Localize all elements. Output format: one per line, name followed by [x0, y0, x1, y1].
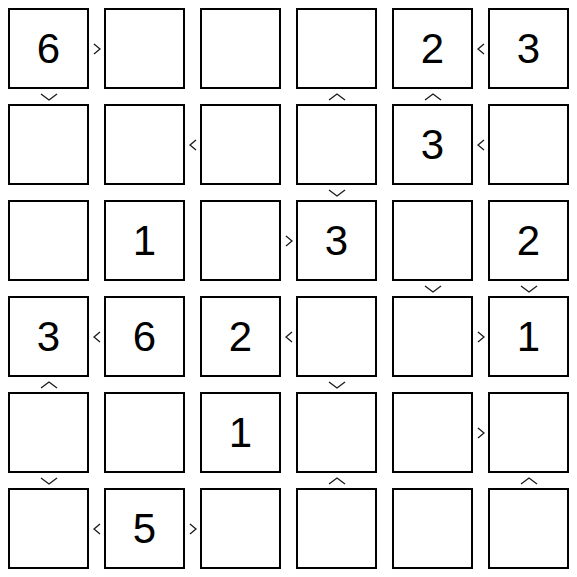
- given-number: 2: [517, 220, 540, 262]
- given-number: 2: [421, 28, 444, 70]
- cell-r2c2[interactable]: [104, 104, 185, 185]
- futoshiki-board: 6233132362115: [0, 0, 577, 577]
- cell-r4c3[interactable]: 2: [200, 296, 281, 377]
- greater-than-icon: [477, 331, 485, 343]
- given-number: 1: [229, 412, 252, 454]
- cell-r1c4[interactable]: [296, 8, 377, 89]
- chevron-up-icon: [424, 93, 442, 101]
- cell-r4c4[interactable]: [296, 296, 377, 377]
- chevron-up-icon: [520, 477, 538, 485]
- less-than-icon: [477, 139, 485, 151]
- less-than-icon: [93, 331, 101, 343]
- cell-r6c5[interactable]: [392, 488, 473, 569]
- given-number: 6: [37, 28, 60, 70]
- cell-r5c3[interactable]: 1: [200, 392, 281, 473]
- greater-than-icon: [189, 523, 197, 535]
- cell-r2c6[interactable]: [488, 104, 569, 185]
- cell-r6c4[interactable]: [296, 488, 377, 569]
- cell-r4c2[interactable]: 6: [104, 296, 185, 377]
- given-number: 5: [133, 508, 156, 550]
- chevron-down-icon: [424, 285, 442, 293]
- given-number: 3: [421, 124, 444, 166]
- cell-r5c5[interactable]: [392, 392, 473, 473]
- cell-r3c6[interactable]: 2: [488, 200, 569, 281]
- cell-r2c5[interactable]: 3: [392, 104, 473, 185]
- less-than-icon: [93, 523, 101, 535]
- greater-than-icon: [477, 427, 485, 439]
- cell-r5c1[interactable]: [8, 392, 89, 473]
- less-than-icon: [285, 331, 293, 343]
- chevron-down-icon: [520, 285, 538, 293]
- cell-r3c2[interactable]: 1: [104, 200, 185, 281]
- cell-r1c3[interactable]: [200, 8, 281, 89]
- cell-r4c1[interactable]: 3: [8, 296, 89, 377]
- given-number: 6: [133, 316, 156, 358]
- chevron-down-icon: [40, 93, 58, 101]
- given-number: 1: [517, 316, 540, 358]
- cell-r3c4[interactable]: 3: [296, 200, 377, 281]
- greater-than-icon: [93, 43, 101, 55]
- cell-r2c4[interactable]: [296, 104, 377, 185]
- cell-r2c1[interactable]: [8, 104, 89, 185]
- cell-r1c1[interactable]: 6: [8, 8, 89, 89]
- given-number: 2: [229, 316, 252, 358]
- less-than-icon: [189, 139, 197, 151]
- greater-than-icon: [285, 235, 293, 247]
- chevron-down-icon: [328, 189, 346, 197]
- cell-r4c5[interactable]: [392, 296, 473, 377]
- given-number: 3: [325, 220, 348, 262]
- chevron-up-icon: [40, 381, 58, 389]
- cell-r3c3[interactable]: [200, 200, 281, 281]
- cell-r6c2[interactable]: 5: [104, 488, 185, 569]
- cell-r4c6[interactable]: 1: [488, 296, 569, 377]
- cell-r6c1[interactable]: [8, 488, 89, 569]
- cell-r5c4[interactable]: [296, 392, 377, 473]
- cell-r1c2[interactable]: [104, 8, 185, 89]
- cell-r5c2[interactable]: [104, 392, 185, 473]
- cell-r3c1[interactable]: [8, 200, 89, 281]
- cell-r1c5[interactable]: 2: [392, 8, 473, 89]
- less-than-icon: [477, 43, 485, 55]
- chevron-up-icon: [328, 477, 346, 485]
- given-number: 3: [517, 28, 540, 70]
- cell-r3c5[interactable]: [392, 200, 473, 281]
- cell-r1c6[interactable]: 3: [488, 8, 569, 89]
- cell-r6c6[interactable]: [488, 488, 569, 569]
- cell-r2c3[interactable]: [200, 104, 281, 185]
- cell-r5c6[interactable]: [488, 392, 569, 473]
- cell-r6c3[interactable]: [200, 488, 281, 569]
- chevron-down-icon: [328, 381, 346, 389]
- chevron-down-icon: [40, 477, 58, 485]
- chevron-up-icon: [328, 93, 346, 101]
- given-number: 3: [37, 316, 60, 358]
- given-number: 1: [133, 220, 156, 262]
